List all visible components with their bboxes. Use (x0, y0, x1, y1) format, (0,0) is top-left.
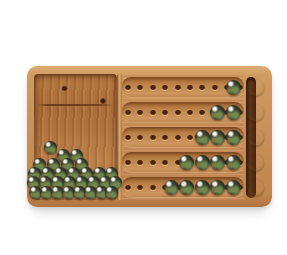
hole-divot[interactable] (125, 160, 131, 165)
hole-divot[interactable] (187, 85, 193, 90)
track-marble[interactable] (179, 180, 194, 195)
finish-ball-white[interactable] (247, 104, 264, 121)
hole-divot[interactable] (150, 185, 156, 190)
wood-knot-icon (61, 86, 68, 91)
track-marble[interactable] (226, 105, 241, 120)
photo-background (0, 0, 287, 255)
finish-ball-red[interactable] (247, 79, 264, 96)
finish-ball-green[interactable] (247, 129, 264, 146)
hole-divot[interactable] (187, 110, 193, 115)
hole-divot[interactable] (212, 85, 218, 90)
track-marble[interactable] (226, 130, 241, 145)
wood-crack (38, 104, 114, 106)
game-board (27, 66, 272, 207)
finish-ball-blue[interactable] (247, 179, 264, 196)
hole-divot[interactable] (187, 135, 193, 140)
hole-divot[interactable] (150, 160, 156, 165)
tray-marble[interactable] (105, 186, 118, 199)
hole-divot[interactable] (175, 85, 181, 90)
track-marble[interactable] (226, 80, 241, 95)
track-marble[interactable] (164, 180, 179, 195)
hole-divot[interactable] (125, 185, 131, 190)
track-marble[interactable] (210, 130, 225, 145)
track-marble[interactable] (210, 155, 225, 170)
track-marble[interactable] (226, 155, 241, 170)
track-marble[interactable] (179, 155, 194, 170)
hole-divot[interactable] (175, 110, 181, 115)
track-marble[interactable] (210, 180, 225, 195)
hole-divot[interactable] (125, 85, 131, 90)
hole-divot[interactable] (150, 135, 156, 140)
track-marble[interactable] (210, 105, 225, 120)
track-marble[interactable] (226, 180, 241, 195)
track-marble[interactable] (195, 180, 210, 195)
finish-ball-yellow[interactable] (247, 154, 264, 171)
hole-divot[interactable] (125, 135, 131, 140)
track-marble[interactable] (195, 130, 210, 145)
track-marble[interactable] (195, 155, 210, 170)
hole-divot[interactable] (175, 135, 181, 140)
tray-marble[interactable] (44, 141, 57, 154)
hole-divot[interactable] (150, 85, 156, 90)
hole-divot[interactable] (150, 110, 156, 115)
hole-divot[interactable] (125, 110, 131, 115)
